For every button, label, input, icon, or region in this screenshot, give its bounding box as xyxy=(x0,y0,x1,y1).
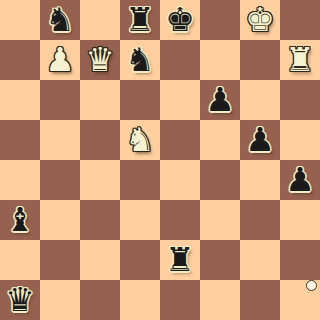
square-f3[interactable] xyxy=(200,200,240,240)
square-a4[interactable] xyxy=(0,160,40,200)
square-g5[interactable]: ♟ xyxy=(240,120,280,160)
square-g8[interactable]: ♚ xyxy=(240,0,280,40)
white-knight[interactable]: ♞ xyxy=(120,120,160,160)
black-bishop[interactable]: ♝ xyxy=(0,200,40,240)
square-a7[interactable] xyxy=(0,40,40,80)
square-a1[interactable]: ♛ xyxy=(0,280,40,320)
square-f4[interactable] xyxy=(200,160,240,200)
square-e5[interactable] xyxy=(160,120,200,160)
square-a2[interactable] xyxy=(0,240,40,280)
square-h7[interactable]: ♜ xyxy=(280,40,320,80)
square-c5[interactable] xyxy=(80,120,120,160)
square-a8[interactable] xyxy=(0,0,40,40)
square-d7[interactable]: ♞ xyxy=(120,40,160,80)
square-e7[interactable] xyxy=(160,40,200,80)
square-f7[interactable] xyxy=(200,40,240,80)
square-h4[interactable]: ♟ xyxy=(280,160,320,200)
white-queen[interactable]: ♛ xyxy=(80,40,120,80)
square-h5[interactable] xyxy=(280,120,320,160)
square-f1[interactable] xyxy=(200,280,240,320)
square-c7[interactable]: ♛ xyxy=(80,40,120,80)
square-f6[interactable]: ♟ xyxy=(200,80,240,120)
square-c2[interactable] xyxy=(80,240,120,280)
square-b3[interactable] xyxy=(40,200,80,240)
black-rook[interactable]: ♜ xyxy=(120,0,160,40)
square-e8[interactable]: ♚ xyxy=(160,0,200,40)
square-a3[interactable]: ♝ xyxy=(0,200,40,240)
square-d1[interactable] xyxy=(120,280,160,320)
square-d6[interactable] xyxy=(120,80,160,120)
square-h8[interactable] xyxy=(280,0,320,40)
black-pawn[interactable]: ♟ xyxy=(240,120,280,160)
square-d3[interactable] xyxy=(120,200,160,240)
black-queen[interactable]: ♛ xyxy=(0,280,40,320)
square-g2[interactable] xyxy=(240,240,280,280)
square-h3[interactable] xyxy=(280,200,320,240)
square-d5[interactable]: ♞ xyxy=(120,120,160,160)
black-knight[interactable]: ♞ xyxy=(120,40,160,80)
square-b4[interactable] xyxy=(40,160,80,200)
square-e3[interactable] xyxy=(160,200,200,240)
square-c3[interactable] xyxy=(80,200,120,240)
square-c6[interactable] xyxy=(80,80,120,120)
square-d4[interactable] xyxy=(120,160,160,200)
square-b1[interactable] xyxy=(40,280,80,320)
black-pawn[interactable]: ♟ xyxy=(200,80,240,120)
square-d2[interactable] xyxy=(120,240,160,280)
square-g6[interactable] xyxy=(240,80,280,120)
square-h2[interactable] xyxy=(280,240,320,280)
square-g3[interactable] xyxy=(240,200,280,240)
square-f2[interactable] xyxy=(200,240,240,280)
square-f5[interactable] xyxy=(200,120,240,160)
square-g4[interactable] xyxy=(240,160,280,200)
white-to-move-indicator xyxy=(306,280,317,291)
white-king[interactable]: ♚ xyxy=(240,0,280,40)
square-g7[interactable] xyxy=(240,40,280,80)
square-b5[interactable] xyxy=(40,120,80,160)
square-a6[interactable] xyxy=(0,80,40,120)
black-rook[interactable]: ♜ xyxy=(160,240,200,280)
square-c4[interactable] xyxy=(80,160,120,200)
square-c8[interactable] xyxy=(80,0,120,40)
square-g1[interactable] xyxy=(240,280,280,320)
square-f8[interactable] xyxy=(200,0,240,40)
square-b8[interactable]: ♞ xyxy=(40,0,80,40)
black-king[interactable]: ♚ xyxy=(160,0,200,40)
square-d8[interactable]: ♜ xyxy=(120,0,160,40)
chess-board: ♞♜♚♚♟♛♞♜♟♞♟♟♝♜♛ xyxy=(0,0,320,320)
black-knight[interactable]: ♞ xyxy=(40,0,80,40)
square-c1[interactable] xyxy=(80,280,120,320)
white-rook[interactable]: ♜ xyxy=(280,40,320,80)
square-e4[interactable] xyxy=(160,160,200,200)
square-a5[interactable] xyxy=(0,120,40,160)
square-e6[interactable] xyxy=(160,80,200,120)
square-b6[interactable] xyxy=(40,80,80,120)
square-e1[interactable] xyxy=(160,280,200,320)
square-h6[interactable] xyxy=(280,80,320,120)
square-b2[interactable] xyxy=(40,240,80,280)
square-b7[interactable]: ♟ xyxy=(40,40,80,80)
white-pawn[interactable]: ♟ xyxy=(40,40,80,80)
square-e2[interactable]: ♜ xyxy=(160,240,200,280)
black-pawn[interactable]: ♟ xyxy=(280,160,320,200)
